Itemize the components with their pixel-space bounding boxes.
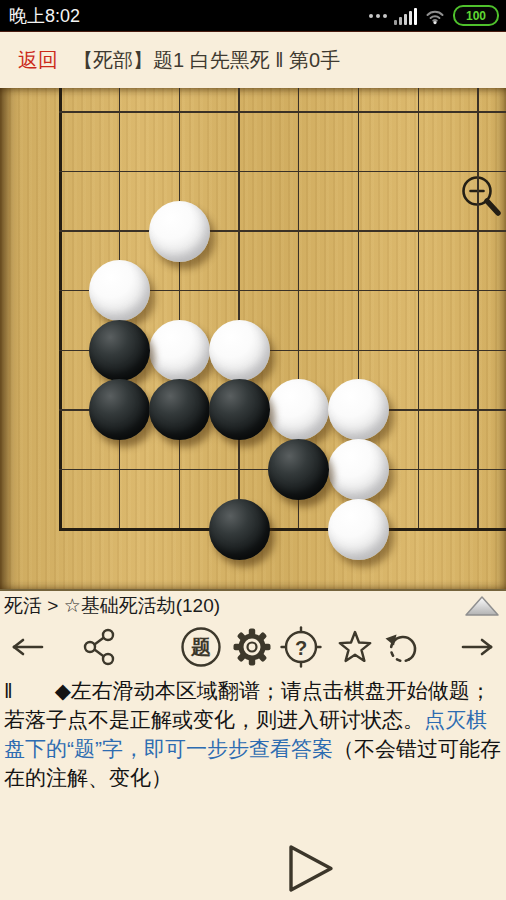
problem-icon-label: 题 [190, 636, 211, 658]
instructions-panel[interactable]: ‖ ◆左右滑动本区域翻谱；请点击棋盘开始做题；若落子点不是正解或变化，则进入研讨… [0, 674, 506, 794]
grid-line-vertical [418, 88, 419, 531]
zoom-out-icon[interactable] [457, 171, 505, 221]
page-title: 【死部】题1 白先黑死 ‖ 第0手 [73, 47, 340, 74]
help-icon-glyph: ? [295, 637, 307, 659]
stone-white-B5 [89, 260, 150, 321]
overflow-dots-icon [369, 14, 387, 18]
settings-button[interactable] [230, 625, 274, 669]
share-button[interactable] [78, 625, 122, 669]
collapse-panel-icon[interactable] [464, 594, 500, 618]
signal-strength-icon [394, 7, 417, 25]
stone-black-C3 [149, 379, 210, 440]
stone-black-D3 [209, 379, 270, 440]
grid-line-horizontal [59, 230, 506, 231]
grid-line-vertical [59, 88, 62, 531]
stone-white-F3 [328, 379, 389, 440]
stone-white-F2 [328, 439, 389, 500]
grid-line-vertical [179, 88, 180, 531]
battery-icon: 100 [453, 5, 499, 26]
stone-black-D1 [209, 499, 270, 560]
grid-line-horizontal [59, 171, 506, 172]
instruction-text: ‖ ◆左右滑动本区域翻谱；请点击棋盘开始做题；若落子点不是正解或变化，则进入研讨… [4, 679, 491, 731]
header-bar: 返回 【死部】题1 白先黑死 ‖ 第0手 [0, 33, 506, 88]
grid-line-vertical [238, 88, 239, 531]
play-button[interactable] [281, 840, 341, 898]
stone-white-D4 [209, 320, 270, 381]
grid-line-vertical [477, 88, 478, 531]
stone-white-C6 [149, 201, 210, 262]
stone-black-E2 [268, 439, 329, 500]
previous-move-button[interactable] [5, 625, 49, 669]
redo-button[interactable] [381, 625, 425, 669]
wifi-icon [424, 7, 446, 25]
status-icons: 100 [369, 5, 499, 26]
stone-black-B3 [89, 379, 150, 440]
back-button[interactable]: 返回 [18, 47, 58, 74]
stone-black-B4 [89, 320, 150, 381]
favorite-button[interactable] [333, 625, 377, 669]
breadcrumb-path: 死活 > ☆基础死活劫(120) [4, 593, 220, 619]
help-button[interactable]: ? [279, 625, 323, 669]
stone-white-E3 [268, 379, 329, 440]
grid-line-horizontal [59, 111, 506, 112]
go-board[interactable] [0, 88, 506, 591]
next-move-button[interactable] [456, 625, 500, 669]
app-screen: 晚上8:02 100 返回 【死部】题1 白先黑死 ‖ 第0手 [0, 0, 506, 900]
status-bar: 晚上8:02 100 [0, 0, 506, 32]
stone-white-F1 [328, 499, 389, 560]
clock: 晚上8:02 [9, 4, 80, 28]
breadcrumb: 死活 > ☆基础死活劫(120) [0, 591, 506, 621]
stone-white-C4 [149, 320, 210, 381]
problem-mode-button[interactable]: 题 [179, 625, 223, 669]
grid-line-horizontal [59, 528, 506, 531]
toolbar: 题 ? [0, 621, 506, 673]
